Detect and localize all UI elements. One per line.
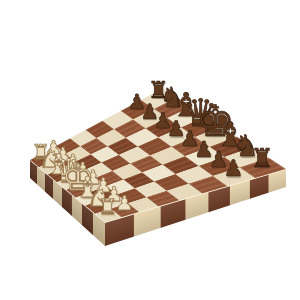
piece-black-rook-h8: ♜ — [250, 146, 273, 172]
chess-set-photo: ♜♞♝♛♚♝♞♜♟♟♟♟♟♟♟♟♟♟♟♟♟♟♟♟♜♞♝♛♚♝♞♜ — [0, 0, 300, 300]
piece-white-pawn-h2: ♟ — [116, 193, 134, 213]
piece-black-pawn-h7: ♟ — [223, 157, 243, 180]
piece-white-rook-h1: ♜ — [98, 197, 117, 219]
